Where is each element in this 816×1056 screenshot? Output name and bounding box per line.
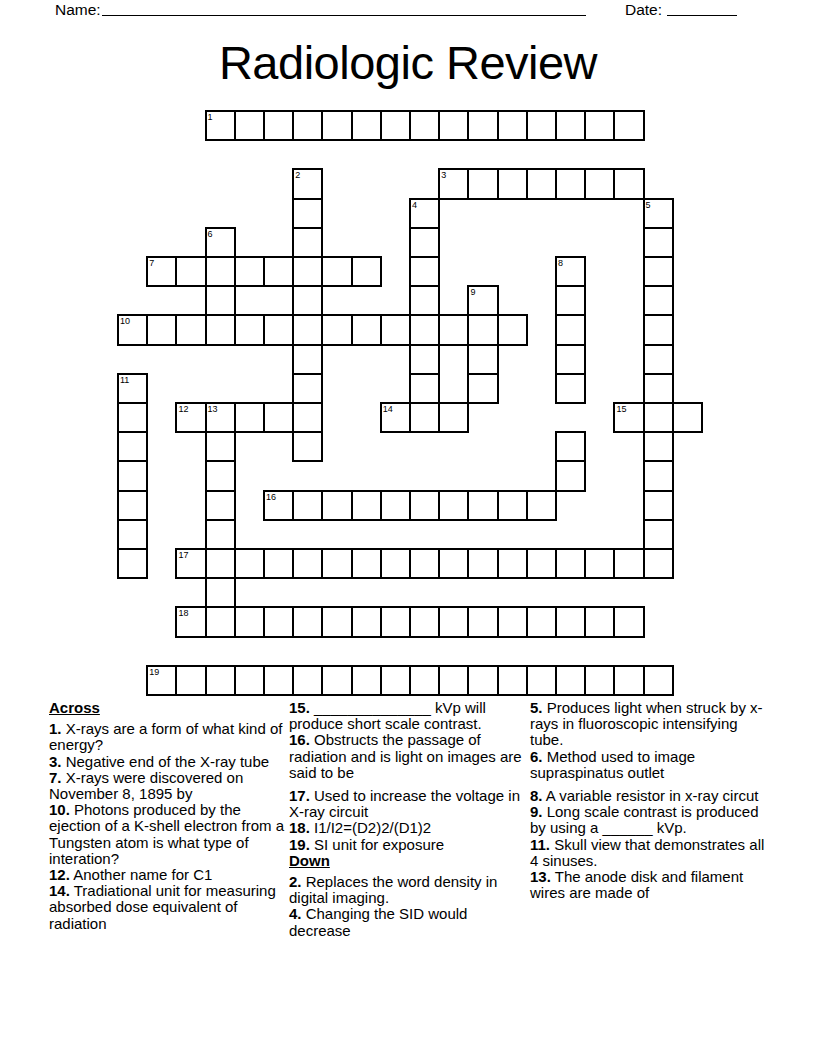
grid-cell[interactable] xyxy=(555,606,586,637)
grid-cell[interactable] xyxy=(292,110,323,141)
grid-cell[interactable] xyxy=(205,460,236,491)
clue-number: 5 xyxy=(646,200,651,210)
grid-cell[interactable] xyxy=(117,548,148,579)
grid-cell[interactable] xyxy=(292,606,323,637)
grid-cell[interactable] xyxy=(438,402,469,433)
grid-cell[interactable] xyxy=(205,431,236,462)
grid-cell[interactable] xyxy=(584,168,615,199)
grid-cell[interactable] xyxy=(467,110,498,141)
grid-cell[interactable] xyxy=(409,606,440,637)
grid-cell[interactable] xyxy=(321,256,352,287)
clue-item: 8. A variable resistor in x-ray circut xyxy=(530,788,766,804)
grid-cell[interactable] xyxy=(292,344,323,375)
clue-number: 7 xyxy=(149,258,154,268)
grid-cell[interactable] xyxy=(205,285,236,316)
grid-cell[interactable] xyxy=(409,110,440,141)
grid-cell[interactable] xyxy=(555,665,586,696)
grid-cell[interactable] xyxy=(584,606,615,637)
clue-item: 9. Long scale contrast is produced by us… xyxy=(530,804,766,836)
grid-cell[interactable] xyxy=(526,110,557,141)
grid-cell[interactable] xyxy=(234,314,265,345)
grid-cell[interactable] xyxy=(263,548,294,579)
grid-cell[interactable] xyxy=(643,285,674,316)
grid-cell[interactable] xyxy=(234,256,265,287)
grid-cell[interactable] xyxy=(380,606,411,637)
clue-number: 6 xyxy=(208,229,213,239)
grid-cell[interactable] xyxy=(613,548,644,579)
clues-column-1: Across1. X-rays are a form of what kind … xyxy=(49,700,287,932)
grid-cell[interactable] xyxy=(467,373,498,404)
grid-cell[interactable] xyxy=(234,665,265,696)
grid-cell[interactable] xyxy=(321,548,352,579)
grid-cell[interactable] xyxy=(292,373,323,404)
grid-cell[interactable] xyxy=(409,344,440,375)
date-input-line[interactable] xyxy=(667,0,737,16)
clue-number: 14 xyxy=(383,404,393,414)
grid-cell[interactable] xyxy=(584,548,615,579)
grid-cell[interactable] xyxy=(351,314,382,345)
grid-cell[interactable] xyxy=(292,285,323,316)
grid-cell[interactable] xyxy=(497,490,528,521)
clue-item: 11. Skull view that demonstrates all 4 s… xyxy=(530,837,766,869)
grid-cell[interactable] xyxy=(555,285,586,316)
clue-number: 19 xyxy=(149,667,159,677)
grid-cell[interactable] xyxy=(205,548,236,579)
grid-cell[interactable] xyxy=(584,110,615,141)
clue-number: 11 xyxy=(120,375,129,385)
across-heading: Across xyxy=(49,700,287,716)
grid-cell[interactable] xyxy=(380,110,411,141)
grid-cell[interactable] xyxy=(643,490,674,521)
grid-cell[interactable] xyxy=(526,665,557,696)
clue-item: 1. X-rays are a form of what kind of ene… xyxy=(49,721,287,753)
grid-cell[interactable] xyxy=(467,344,498,375)
name-input-line[interactable] xyxy=(102,0,586,16)
grid-cell[interactable] xyxy=(380,665,411,696)
clue-item: 14. Tradiational unit for measuring abso… xyxy=(49,883,287,932)
grid-cell[interactable] xyxy=(555,344,586,375)
grid-cell[interactable] xyxy=(555,168,586,199)
clue-number: 10 xyxy=(120,316,130,326)
grid-cell[interactable] xyxy=(643,519,674,550)
grid-cell[interactable] xyxy=(409,490,440,521)
grid-cell[interactable] xyxy=(497,168,528,199)
grid-cell[interactable] xyxy=(467,548,498,579)
grid-cell[interactable] xyxy=(643,548,674,579)
grid-cell[interactable] xyxy=(146,314,177,345)
clue-item: 2. Replaces the word density in digital … xyxy=(289,874,527,906)
grid-cell[interactable] xyxy=(380,490,411,521)
clue-number: 18 xyxy=(178,608,188,618)
clue-number: 12 xyxy=(178,404,188,414)
grid-cell[interactable] xyxy=(643,373,674,404)
clues-column-2: 15. ______________ kVp will produce shor… xyxy=(289,700,527,939)
grid-cell[interactable] xyxy=(205,519,236,550)
grid-cell[interactable] xyxy=(292,402,323,433)
grid-cell[interactable] xyxy=(467,606,498,637)
grid-cell[interactable] xyxy=(438,665,469,696)
grid-cell[interactable] xyxy=(351,548,382,579)
grid-cell[interactable] xyxy=(117,431,148,462)
grid-cell[interactable] xyxy=(292,665,323,696)
clues-column-3: 5. Produces light when struck by x-rays … xyxy=(530,700,766,901)
grid-cell[interactable] xyxy=(117,490,148,521)
crossword-grid: 12345678910111213141516171819 xyxy=(117,110,703,696)
clue-number: 16 xyxy=(266,492,276,502)
grid-cell[interactable] xyxy=(438,314,469,345)
grid-cell[interactable] xyxy=(321,606,352,637)
grid-cell[interactable] xyxy=(409,314,440,345)
grid-cell[interactable] xyxy=(613,168,644,199)
clue-number: 1 xyxy=(208,112,213,122)
grid-cell[interactable] xyxy=(292,490,323,521)
clue-item: 12. Another name for C1 xyxy=(49,867,287,883)
grid-cell[interactable] xyxy=(438,606,469,637)
grid-cell[interactable] xyxy=(526,168,557,199)
grid-cell[interactable] xyxy=(438,110,469,141)
grid-cell[interactable] xyxy=(555,110,586,141)
grid-cell[interactable] xyxy=(643,344,674,375)
grid-cell[interactable] xyxy=(292,548,323,579)
grid-cell[interactable] xyxy=(409,665,440,696)
grid-cell[interactable] xyxy=(205,606,236,637)
grid-cell[interactable] xyxy=(643,314,674,345)
grid-cell[interactable] xyxy=(497,606,528,637)
grid-cell[interactable] xyxy=(351,256,382,287)
clue-item: 19. SI unit for exposure xyxy=(289,837,527,853)
down-heading: Down xyxy=(289,853,527,869)
page-title: Radiologic Review xyxy=(0,38,816,87)
grid-cell[interactable] xyxy=(263,606,294,637)
grid-cell[interactable] xyxy=(467,314,498,345)
grid-cell[interactable] xyxy=(351,490,382,521)
grid-cell[interactable] xyxy=(555,460,586,491)
clue-item: 6. Method used to image supraspinatus ou… xyxy=(530,749,766,781)
grid-cell[interactable] xyxy=(380,314,411,345)
grid-cell[interactable] xyxy=(205,314,236,345)
grid-cell[interactable] xyxy=(555,314,586,345)
grid-cell[interactable] xyxy=(467,665,498,696)
grid-cell[interactable] xyxy=(643,256,674,287)
clue-number: 9 xyxy=(470,287,475,297)
grid-cell[interactable] xyxy=(263,110,294,141)
clue-item: 10. Photons produced by the ejection of … xyxy=(49,802,287,867)
clue-item: 16. Obstructs the passage of radiation a… xyxy=(289,732,527,781)
grid-cell[interactable] xyxy=(555,373,586,404)
grid-cell[interactable] xyxy=(321,490,352,521)
clue-number: 2 xyxy=(295,170,300,180)
grid-cell[interactable] xyxy=(467,168,498,199)
grid-cell[interactable] xyxy=(263,665,294,696)
clue-item: 5. Produces light when struck by x-rays … xyxy=(530,700,766,749)
grid-cell[interactable] xyxy=(175,314,206,345)
grid-cell[interactable] xyxy=(672,402,703,433)
grid-cell[interactable] xyxy=(117,460,148,491)
grid-cell[interactable] xyxy=(234,110,265,141)
grid-cell[interactable] xyxy=(409,256,440,287)
grid-cell[interactable] xyxy=(643,460,674,491)
grid-cell[interactable] xyxy=(613,606,644,637)
crossword-worksheet: Name: Date: Radiologic Review 1234567891… xyxy=(0,0,816,1056)
grid-cell[interactable] xyxy=(497,110,528,141)
grid-cell[interactable] xyxy=(175,665,206,696)
clue-item: 7. X-rays were discovered on November 8,… xyxy=(49,770,287,802)
grid-cell[interactable] xyxy=(613,110,644,141)
clue-item: 17. Used to increase the voltage in X-ra… xyxy=(289,788,527,820)
grid-cell[interactable] xyxy=(205,665,236,696)
grid-cell[interactable] xyxy=(643,665,674,696)
grid-cell[interactable] xyxy=(497,314,528,345)
grid-cell[interactable] xyxy=(205,256,236,287)
grid-cell[interactable] xyxy=(409,548,440,579)
grid-cell[interactable] xyxy=(380,548,411,579)
grid-cell[interactable] xyxy=(263,314,294,345)
grid-cell[interactable] xyxy=(234,402,265,433)
grid-cell[interactable] xyxy=(643,431,674,462)
grid-cell[interactable] xyxy=(438,490,469,521)
grid-cell[interactable] xyxy=(613,665,644,696)
clue-item: 3. Negative end of the X-ray tube xyxy=(49,754,287,770)
grid-cell[interactable] xyxy=(351,110,382,141)
grid-cell[interactable] xyxy=(409,373,440,404)
grid-cell[interactable] xyxy=(409,227,440,258)
grid-cell[interactable] xyxy=(409,402,440,433)
grid-cell[interactable] xyxy=(526,606,557,637)
grid-cell[interactable] xyxy=(643,402,674,433)
name-label: Name: xyxy=(55,1,101,19)
grid-cell[interactable] xyxy=(292,431,323,462)
grid-cell[interactable] xyxy=(234,606,265,637)
grid-cell[interactable] xyxy=(351,606,382,637)
grid-cell[interactable] xyxy=(438,548,469,579)
grid-cell[interactable] xyxy=(555,548,586,579)
grid-cell[interactable] xyxy=(321,314,352,345)
clue-number: 4 xyxy=(412,200,417,210)
grid-cell[interactable] xyxy=(643,227,674,258)
grid-cell[interactable] xyxy=(467,490,498,521)
grid-cell[interactable] xyxy=(234,548,265,579)
grid-cell[interactable] xyxy=(292,227,323,258)
date-label: Date: xyxy=(625,1,662,19)
grid-cell[interactable] xyxy=(409,285,440,316)
grid-cell[interactable] xyxy=(117,402,148,433)
grid-cell[interactable] xyxy=(175,256,206,287)
grid-cell[interactable] xyxy=(292,314,323,345)
clue-item: 4. Changing the SID would decrease xyxy=(289,906,527,938)
grid-cell[interactable] xyxy=(117,519,148,550)
grid-cell[interactable] xyxy=(205,577,236,608)
clue-number: 8 xyxy=(558,258,563,268)
grid-cell[interactable] xyxy=(497,548,528,579)
grid-cell[interactable] xyxy=(292,256,323,287)
grid-cell[interactable] xyxy=(526,490,557,521)
grid-cell[interactable] xyxy=(321,110,352,141)
grid-cell[interactable] xyxy=(584,665,615,696)
grid-cell[interactable] xyxy=(263,256,294,287)
grid-cell[interactable] xyxy=(526,548,557,579)
clue-number: 13 xyxy=(208,404,218,414)
grid-cell[interactable] xyxy=(497,665,528,696)
clue-number: 17 xyxy=(178,550,188,560)
clue-item: 18. I1/I2=(D2)2/(D1)2 xyxy=(289,820,527,836)
grid-cell[interactable] xyxy=(351,665,382,696)
clue-item: 13. The anode disk and filament wires ar… xyxy=(530,869,766,901)
grid-cell[interactable] xyxy=(555,431,586,462)
clue-number: 3 xyxy=(441,170,446,180)
clue-item: 15. ______________ kVp will produce shor… xyxy=(289,700,527,732)
grid-cell[interactable] xyxy=(263,402,294,433)
grid-cell[interactable] xyxy=(205,490,236,521)
clue-number: 15 xyxy=(616,404,626,414)
grid-cell[interactable] xyxy=(292,198,323,229)
grid-cell[interactable] xyxy=(321,665,352,696)
